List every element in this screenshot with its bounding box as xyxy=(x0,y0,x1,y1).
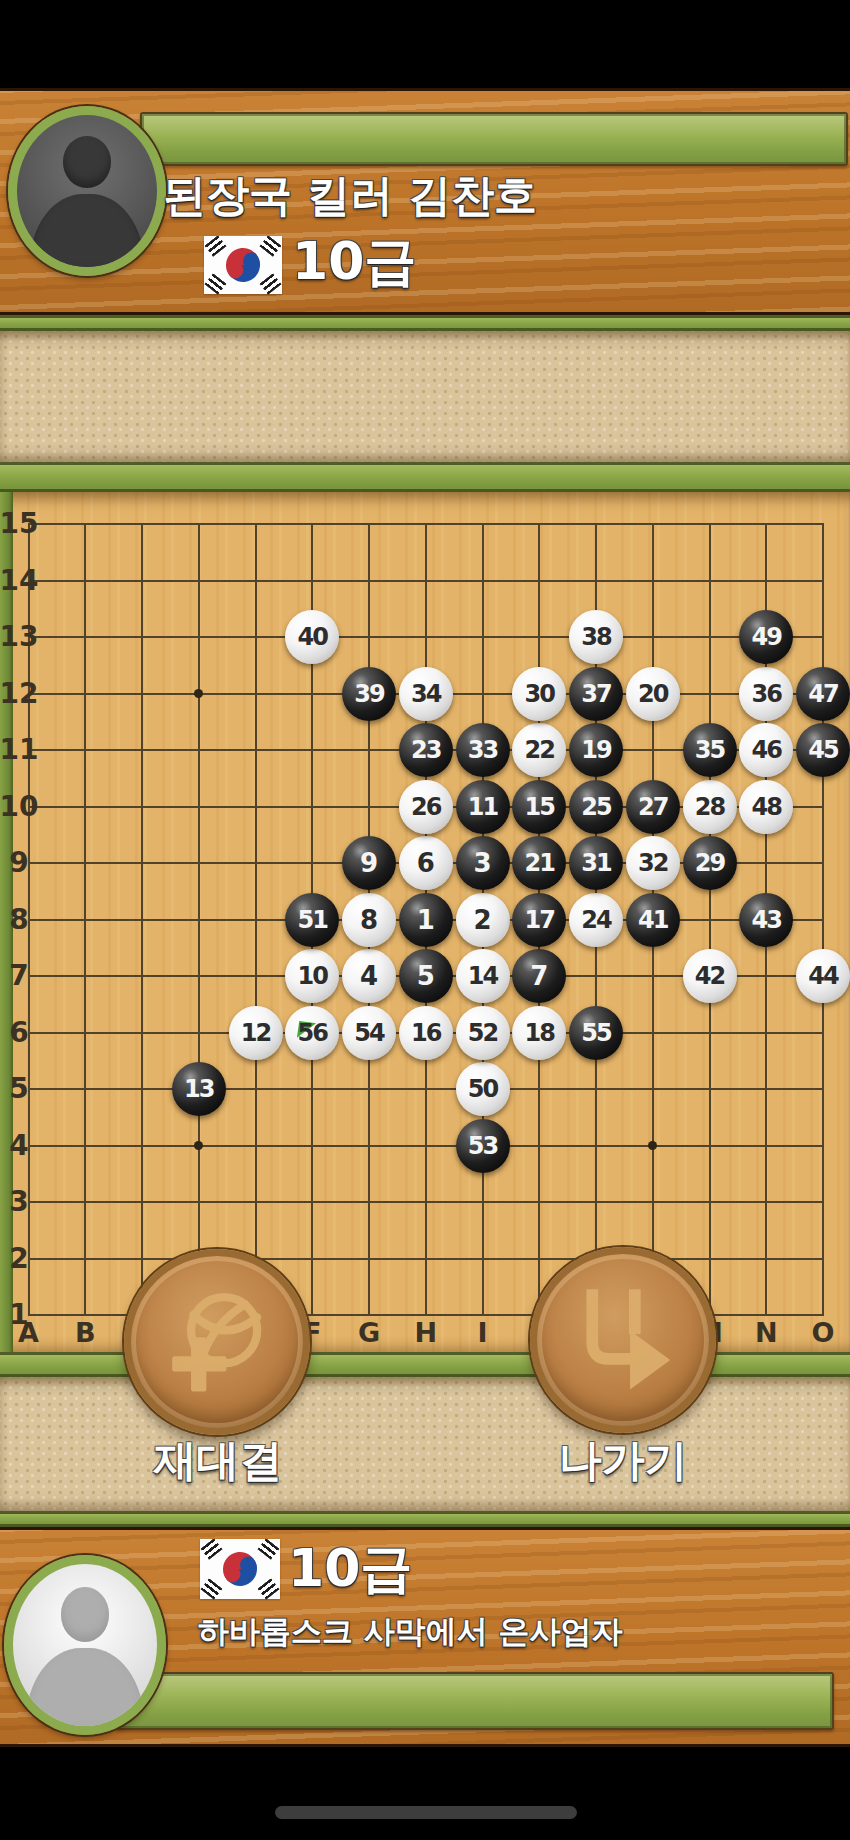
rematch-button[interactable] xyxy=(124,1249,310,1435)
person-icon xyxy=(61,1587,110,1642)
rematch-button-label[interactable]: 재대결 xyxy=(88,1432,348,1490)
top-name-plate xyxy=(140,112,848,166)
top-player-rank: 10급 xyxy=(292,232,416,290)
bottom-player-name: 하바롭스크 사막에서 온사업자 xyxy=(198,1612,623,1650)
board-left-frame xyxy=(0,492,13,1352)
bottom-name-plate xyxy=(116,1672,834,1730)
divider-strip xyxy=(0,315,850,331)
person-icon xyxy=(63,136,111,188)
taegeuk-icon xyxy=(220,242,266,288)
game-screen: 된장국 킬러 김찬호 10급 151413121110987654321ABCD… xyxy=(0,0,850,1840)
top-player-avatar[interactable] xyxy=(8,106,166,276)
bottom-player-rank: 10급 xyxy=(288,1538,412,1598)
bottom-player-avatar[interactable] xyxy=(4,1555,166,1735)
omok-board[interactable] xyxy=(0,492,850,1352)
upper-margin xyxy=(0,331,850,462)
person-icon xyxy=(30,194,145,276)
bottom-system-area xyxy=(0,1747,850,1840)
south-korea-flag-icon xyxy=(200,1539,280,1599)
person-icon xyxy=(26,1648,144,1735)
top-player-name: 된장국 킬러 김찬호 xyxy=(163,170,537,220)
home-indicator[interactable] xyxy=(275,1806,577,1819)
exit-button-label[interactable]: 나가기 xyxy=(493,1432,753,1490)
globe-plus-icon xyxy=(158,1283,276,1401)
divider-strip xyxy=(0,1511,850,1527)
board-top-frame xyxy=(0,462,850,492)
south-korea-flag-icon xyxy=(204,236,282,294)
status-bar xyxy=(0,0,850,88)
exit-button[interactable] xyxy=(530,1247,716,1433)
exit-arrow-icon xyxy=(564,1281,682,1399)
taegeuk-icon xyxy=(217,1546,263,1592)
